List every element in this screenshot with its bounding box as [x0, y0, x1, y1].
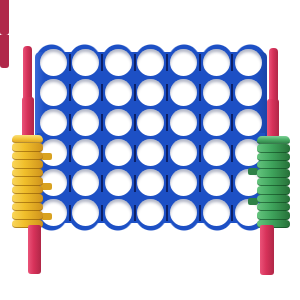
board-cell[interactable] [102, 168, 135, 198]
empty-hole [137, 169, 164, 196]
empty-hole [137, 109, 164, 136]
empty-hole [72, 199, 99, 226]
empty-hole [105, 109, 132, 136]
green-disc[interactable] [257, 195, 290, 203]
board-cell[interactable] [167, 107, 200, 137]
empty-hole [40, 79, 67, 106]
yellow-disc-stack [12, 135, 43, 228]
board-cell[interactable] [70, 137, 103, 167]
yellow-disc[interactable] [12, 135, 43, 143]
board-grid [37, 47, 265, 228]
empty-hole [105, 139, 132, 166]
empty-hole [235, 79, 262, 106]
empty-hole [170, 49, 197, 76]
green-disc[interactable] [257, 169, 290, 177]
empty-hole [40, 109, 67, 136]
board-cell[interactable] [37, 77, 70, 107]
green-disc[interactable] [257, 186, 290, 194]
board-cell[interactable] [102, 107, 135, 137]
empty-hole [170, 139, 197, 166]
connect-four-product-photo [0, 0, 300, 300]
board-cell[interactable] [167, 47, 200, 77]
empty-hole [203, 199, 230, 226]
empty-hole [235, 49, 262, 76]
board-cell[interactable] [70, 107, 103, 137]
green-disc[interactable] [257, 144, 290, 152]
empty-hole [137, 79, 164, 106]
board-cell[interactable] [135, 137, 168, 167]
green-disc[interactable] [257, 153, 290, 161]
board-cell[interactable] [232, 77, 265, 107]
board-cell[interactable] [70, 77, 103, 107]
board-cell[interactable] [102, 77, 135, 107]
green-disc[interactable] [257, 136, 290, 144]
yellow-disc[interactable] [12, 186, 43, 194]
board-cell[interactable] [200, 47, 233, 77]
empty-hole [105, 79, 132, 106]
empty-hole [203, 109, 230, 136]
board-cell[interactable] [135, 168, 168, 198]
board-cell[interactable] [167, 198, 200, 228]
empty-hole [203, 49, 230, 76]
board-cell[interactable] [200, 107, 233, 137]
board-cell[interactable] [37, 47, 70, 77]
left-front-leg [28, 225, 41, 274]
empty-hole [105, 169, 132, 196]
board-cell[interactable] [167, 137, 200, 167]
empty-hole [72, 139, 99, 166]
right-post-top [269, 48, 278, 102]
yellow-disc[interactable] [12, 143, 43, 151]
yellow-disc[interactable] [12, 169, 43, 177]
empty-hole [72, 49, 99, 76]
board-cell[interactable] [70, 168, 103, 198]
green-disc[interactable] [257, 178, 290, 186]
left-post-sleeve [22, 97, 34, 138]
board-cell[interactable] [232, 47, 265, 77]
empty-hole [72, 79, 99, 106]
board-cell[interactable] [102, 137, 135, 167]
board-cell[interactable] [200, 168, 233, 198]
yellow-disc[interactable] [12, 160, 43, 168]
empty-hole [137, 49, 164, 76]
board-cell[interactable] [200, 77, 233, 107]
right-post-sleeve [267, 99, 279, 138]
yellow-disc[interactable] [12, 152, 43, 160]
board-cell[interactable] [102, 47, 135, 77]
board-cell[interactable] [200, 198, 233, 228]
left-post-top [23, 46, 32, 100]
board-cell[interactable] [135, 77, 168, 107]
empty-hole [40, 49, 67, 76]
empty-hole [170, 79, 197, 106]
empty-hole [137, 139, 164, 166]
board-cell[interactable] [167, 168, 200, 198]
yellow-disc[interactable] [12, 177, 43, 185]
empty-hole [137, 199, 164, 226]
empty-hole [105, 199, 132, 226]
right-front-leg [260, 225, 274, 275]
empty-hole [203, 79, 230, 106]
green-disc[interactable] [257, 203, 290, 211]
board-cell[interactable] [200, 137, 233, 167]
game-board [35, 43, 267, 232]
empty-hole [203, 139, 230, 166]
board-cell[interactable] [135, 107, 168, 137]
yellow-disc[interactable] [12, 194, 43, 202]
empty-hole [170, 109, 197, 136]
empty-hole [170, 199, 197, 226]
left-rear-leg [0, 0, 9, 35]
board-cell[interactable] [135, 47, 168, 77]
empty-hole [105, 49, 132, 76]
empty-hole [72, 169, 99, 196]
board-cell[interactable] [70, 47, 103, 77]
board-cell[interactable] [37, 107, 70, 137]
green-disc-stack [257, 136, 290, 228]
board-cell[interactable] [232, 107, 265, 137]
empty-hole [203, 169, 230, 196]
empty-hole [72, 109, 99, 136]
empty-hole [170, 169, 197, 196]
board-cell[interactable] [135, 198, 168, 228]
empty-hole [235, 109, 262, 136]
board-cell[interactable] [167, 77, 200, 107]
right-rear-leg [0, 35, 9, 68]
yellow-disc[interactable] [12, 203, 43, 211]
yellow-disc[interactable] [12, 211, 43, 219]
green-disc[interactable] [257, 211, 290, 219]
board-cell[interactable] [70, 198, 103, 228]
green-disc[interactable] [257, 161, 290, 169]
board-cell[interactable] [102, 198, 135, 228]
